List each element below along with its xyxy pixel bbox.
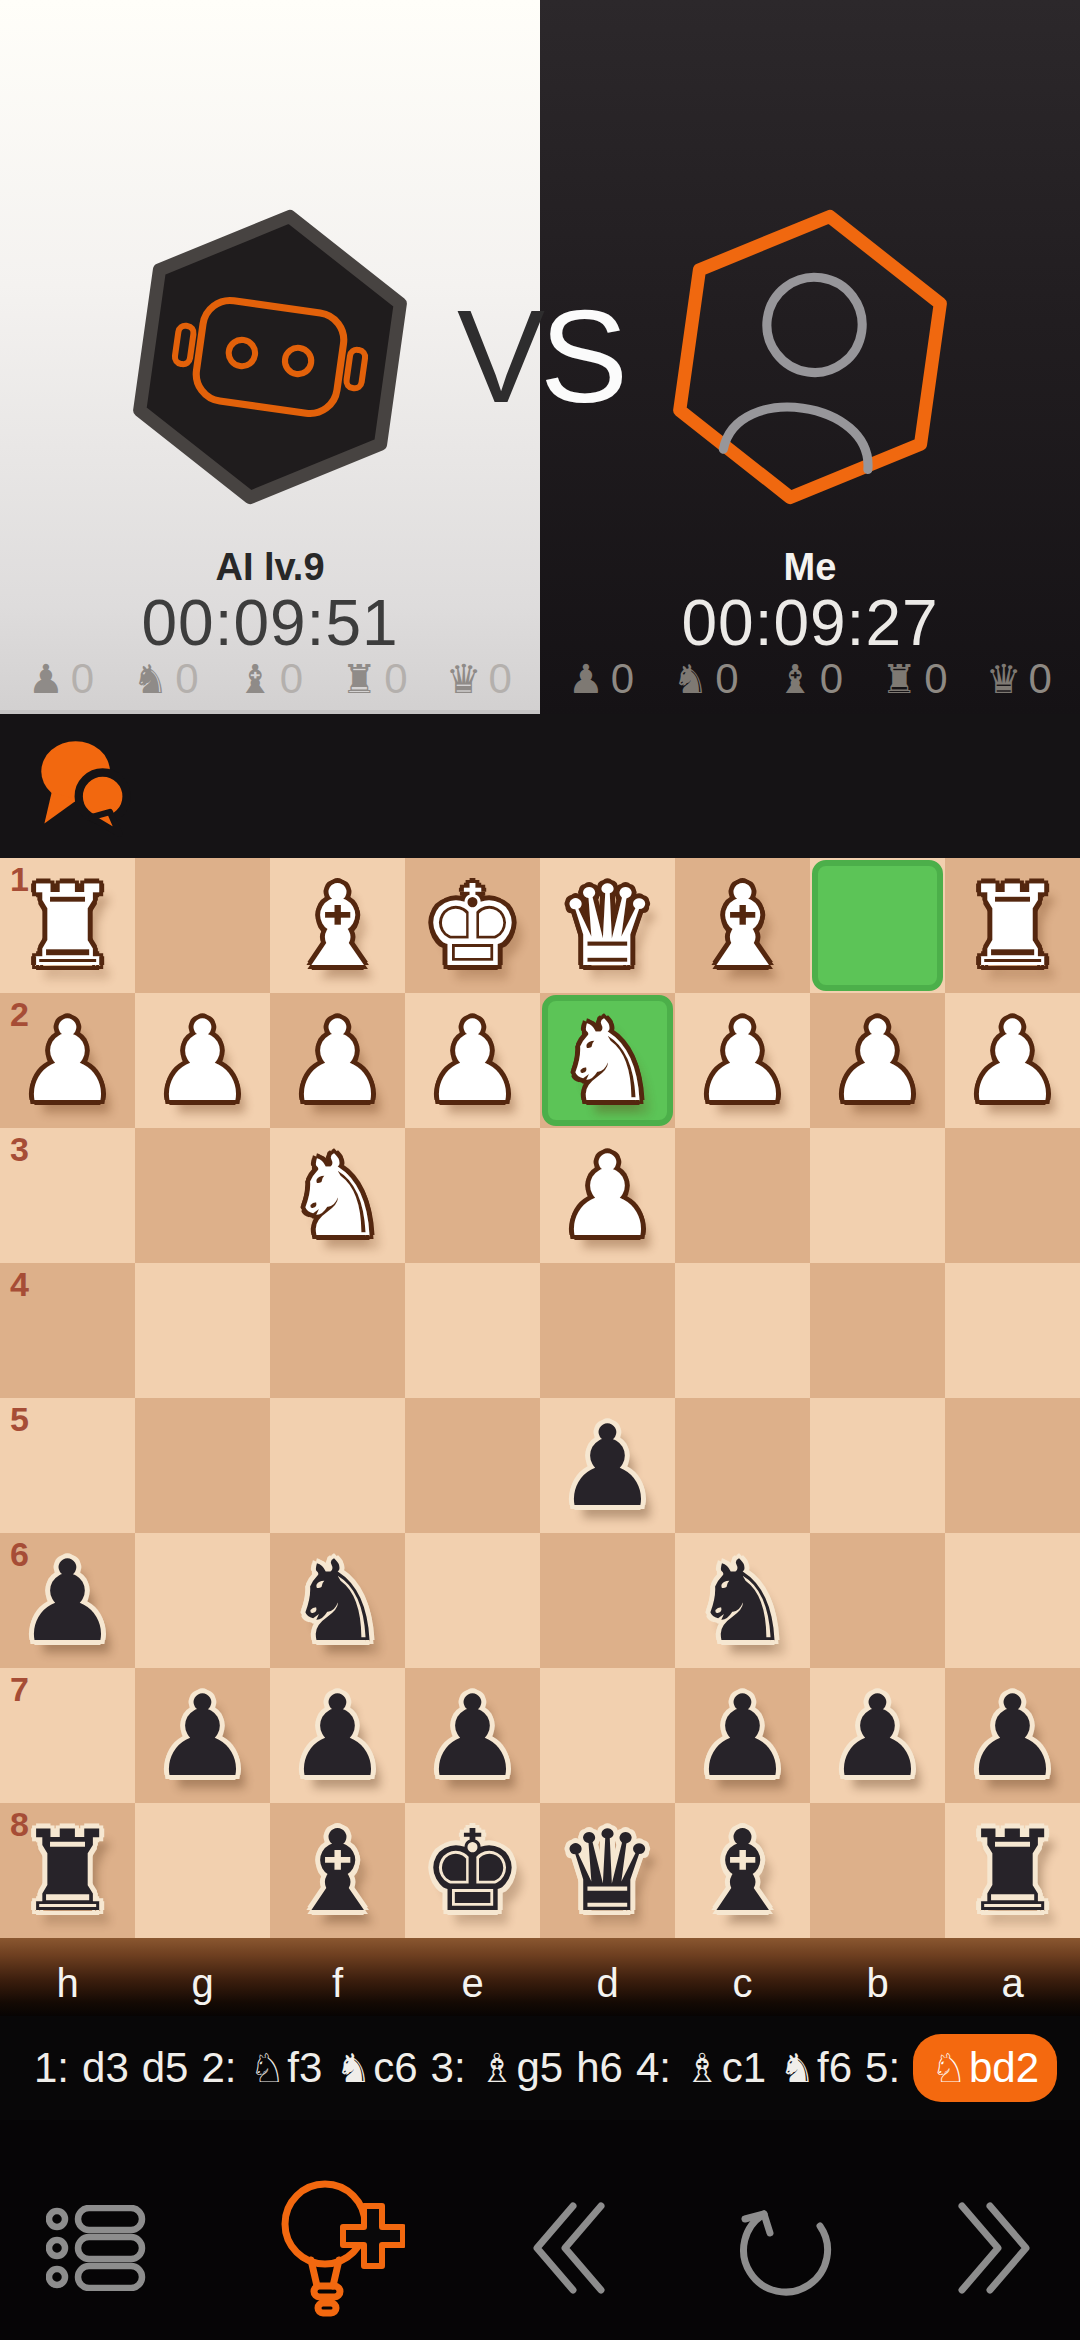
square-f4[interactable]	[270, 1263, 405, 1398]
square-a5[interactable]	[945, 1398, 1080, 1533]
captured-queen-counter: ♛0	[446, 658, 512, 700]
captured-knight-counter: ♞0	[672, 658, 738, 700]
captured-count: 0	[384, 658, 407, 700]
bottom-toolbar	[0, 2148, 1080, 2340]
square-b5[interactable]	[810, 1398, 945, 1533]
opponent-name: AI lv.9	[0, 546, 540, 589]
file-label-g: g	[135, 1958, 270, 2008]
bishop-icon: ♝	[777, 659, 813, 699]
square-a7[interactable]: ♟	[945, 1668, 1080, 1803]
square-c4[interactable]	[675, 1263, 810, 1398]
black-pawn[interactable]: ♟	[540, 1398, 675, 1533]
captured-count: 0	[924, 658, 947, 700]
captured-bishop-counter: ♝0	[237, 658, 303, 700]
piece-glyph: ♞	[779, 2048, 815, 2088]
square-e3[interactable]	[405, 1128, 540, 1263]
square-d2[interactable]: ♞	[540, 993, 675, 1128]
square-g7[interactable]: ♟	[135, 1668, 270, 1803]
rank-label: 1	[10, 860, 29, 899]
square-c8[interactable]: ♝	[675, 1803, 810, 1938]
black-queen[interactable]: ♛	[540, 1803, 675, 1938]
square-a3[interactable]	[945, 1128, 1080, 1263]
hint-button[interactable]	[275, 2172, 405, 2324]
square-f8[interactable]: ♝	[270, 1803, 405, 1938]
captured-pawn-counter: ♟0	[28, 658, 94, 700]
square-f2[interactable]: ♟	[270, 993, 405, 1128]
square-e1[interactable]: ♚	[405, 858, 540, 993]
rook-icon: ♜	[881, 659, 917, 699]
square-f6[interactable]: ♞	[270, 1533, 405, 1668]
piece-glyph: ♗	[684, 2048, 720, 2088]
white-pawn[interactable]: ♟	[540, 1128, 675, 1263]
black-king[interactable]: ♚	[405, 1803, 540, 1938]
move-token: d3	[82, 2044, 129, 2092]
black-pawn[interactable]: ♟	[405, 1668, 540, 1803]
rank-label: 6	[10, 1535, 29, 1574]
bishop-icon: ♝	[237, 659, 273, 699]
captured-count: 0	[715, 658, 738, 700]
black-pawn[interactable]: ♟	[945, 1668, 1080, 1803]
square-d3[interactable]: ♟	[540, 1128, 675, 1263]
square-b8[interactable]	[810, 1803, 945, 1938]
file-label-f: f	[270, 1958, 405, 2008]
square-b7[interactable]: ♟	[810, 1668, 945, 1803]
vs-label: V S	[420, 284, 660, 434]
square-h6[interactable]: 6♟	[0, 1533, 135, 1668]
piece-glyph: ♞	[335, 2048, 371, 2088]
square-b1[interactable]	[810, 858, 945, 993]
opponent-clock: 00:09:51	[0, 586, 540, 660]
square-c6[interactable]: ♞	[675, 1533, 810, 1668]
file-label-b: b	[810, 1958, 945, 2008]
black-rook[interactable]: ♜	[945, 1803, 1080, 1938]
black-pawn[interactable]: ♟	[675, 1668, 810, 1803]
move-token: ♞c6	[335, 2044, 417, 2092]
square-a8[interactable]: ♜	[945, 1803, 1080, 1938]
captured-left: ♟0♞0♝0♜0♛0	[0, 650, 540, 708]
white-knight[interactable]: ♞	[540, 993, 675, 1128]
square-c1[interactable]: ♝	[675, 858, 810, 993]
white-pawn[interactable]: ♟	[945, 993, 1080, 1128]
undo-icon	[730, 2194, 834, 2302]
black-pawn[interactable]: ♟	[810, 1668, 945, 1803]
square-g2[interactable]: ♟	[135, 993, 270, 1128]
rank-label: 3	[10, 1130, 29, 1169]
file-label-d: d	[540, 1958, 675, 2008]
move-token: d5	[142, 2044, 189, 2092]
white-queen[interactable]: ♛	[540, 858, 675, 993]
move-token: 4:	[636, 2044, 671, 2092]
black-knight[interactable]: ♞	[675, 1533, 810, 1668]
square-e6[interactable]	[405, 1533, 540, 1668]
square-e8[interactable]: ♚	[405, 1803, 540, 1938]
square-d8[interactable]: ♛	[540, 1803, 675, 1938]
white-bishop[interactable]: ♝	[270, 858, 405, 993]
captured-pawn-counter: ♟0	[568, 658, 634, 700]
move-token: 1:	[34, 2044, 69, 2092]
square-h7[interactable]: 7	[0, 1668, 135, 1803]
move-token: ♞f6	[779, 2044, 852, 2092]
square-h3[interactable]: 3	[0, 1128, 135, 1263]
captured-rook-counter: ♜0	[881, 658, 947, 700]
undo-button[interactable]	[730, 2194, 834, 2302]
player-name: Me	[540, 546, 1080, 589]
square-h1[interactable]: 1♜	[0, 858, 135, 993]
captured-right: ♟0♞0♝0♜0♛0	[540, 650, 1080, 708]
knight-icon: ♞	[132, 659, 168, 699]
pawn-icon: ♟	[568, 659, 604, 699]
move-token: 3:	[431, 2044, 466, 2092]
square-a2[interactable]: ♟	[945, 993, 1080, 1128]
square-d5[interactable]: ♟	[540, 1398, 675, 1533]
captured-count: 0	[280, 658, 303, 700]
move-list-button[interactable]	[46, 2205, 150, 2291]
rook-icon: ♜	[341, 659, 377, 699]
queen-icon: ♛	[446, 659, 482, 699]
square-h5[interactable]: 5	[0, 1398, 135, 1533]
move-token: ♗c1	[684, 2044, 766, 2092]
square-c2[interactable]: ♟	[675, 993, 810, 1128]
white-bishop[interactable]: ♝	[675, 858, 810, 993]
square-g4[interactable]	[135, 1263, 270, 1398]
rank-label: 4	[10, 1265, 29, 1304]
fast-backward-button[interactable]	[529, 2198, 605, 2298]
white-pawn[interactable]: ♟	[405, 993, 540, 1128]
chess-app-screen: V S AI lv.9 Me 00:09:51 00:09:27 ♟0♞0♝0♜…	[0, 0, 1080, 2340]
me-avatar-hexagon	[670, 205, 950, 509]
square-g1[interactable]	[135, 858, 270, 993]
square-d4[interactable]	[540, 1263, 675, 1398]
square-b4[interactable]	[810, 1263, 945, 1398]
piece-glyph: ♘	[250, 2048, 286, 2088]
move-token: ♘f3	[250, 2044, 323, 2092]
rank-label: 2	[10, 995, 29, 1034]
move-list: 1:d3d52:♘f3♞c63:♗g5h64:♗c1♞f65:♘bd2	[0, 2016, 1080, 2120]
white-rook[interactable]: ♜	[945, 858, 1080, 993]
fast-forward-icon	[958, 2198, 1034, 2298]
captured-queen-counter: ♛0	[986, 658, 1052, 700]
last-move-highlight	[812, 860, 943, 991]
file-label-h: h	[0, 1958, 135, 2008]
captured-count: 0	[175, 658, 198, 700]
captured-knight-counter: ♞0	[132, 658, 198, 700]
captured-bishop-counter: ♝0	[777, 658, 843, 700]
square-g6[interactable]	[135, 1533, 270, 1668]
square-e5[interactable]	[405, 1398, 540, 1533]
white-king[interactable]: ♚	[405, 858, 540, 993]
square-f3[interactable]: ♞	[270, 1128, 405, 1263]
piece-glyph: ♗	[479, 2048, 515, 2088]
square-b2[interactable]: ♟	[810, 993, 945, 1128]
square-f5[interactable]	[270, 1398, 405, 1533]
captured-count: 0	[611, 658, 634, 700]
square-a1[interactable]: ♜	[945, 858, 1080, 993]
file-label-c: c	[675, 1958, 810, 2008]
rank-label: 5	[10, 1400, 29, 1439]
queen-icon: ♛	[986, 659, 1022, 699]
pawn-icon: ♟	[28, 659, 64, 699]
file-labels: hgfedcba	[0, 1958, 1080, 2008]
vs-header: V S AI lv.9 Me 00:09:51 00:09:27 ♟0♞0♝0♜…	[0, 0, 1080, 714]
white-pawn[interactable]: ♟	[675, 993, 810, 1128]
square-a6[interactable]	[945, 1533, 1080, 1668]
rank-label: 7	[10, 1670, 29, 1709]
white-knight[interactable]: ♞	[270, 1128, 405, 1263]
square-h2[interactable]: 2♟	[0, 993, 135, 1128]
square-g5[interactable]	[135, 1398, 270, 1533]
fast-forward-button[interactable]	[958, 2198, 1034, 2298]
captured-rook-counter: ♜0	[341, 658, 407, 700]
chat-icon[interactable]	[34, 732, 138, 840]
knight-icon: ♞	[672, 659, 708, 699]
vs-letter-v: V	[457, 284, 540, 434]
rank-label: 8	[10, 1805, 29, 1844]
square-e4[interactable]	[405, 1263, 540, 1398]
player-clock: 00:09:27	[540, 586, 1080, 660]
move-token: h6	[576, 2044, 623, 2092]
file-label-e: e	[405, 1958, 540, 2008]
square-f7[interactable]: ♟	[270, 1668, 405, 1803]
white-pawn[interactable]: ♟	[135, 993, 270, 1128]
vs-letter-s: S	[540, 284, 623, 434]
piece-glyph: ♘	[931, 2048, 967, 2088]
last-move-token: ♘bd2	[913, 2034, 1057, 2102]
square-g8[interactable]	[135, 1803, 270, 1938]
square-d6[interactable]	[540, 1533, 675, 1668]
move-token: 5:	[865, 2044, 900, 2092]
square-f1[interactable]: ♝	[270, 858, 405, 993]
square-h8[interactable]: 8♜	[0, 1803, 135, 1938]
square-c7[interactable]: ♟	[675, 1668, 810, 1803]
move-list-icon	[46, 2205, 150, 2291]
black-bishop[interactable]: ♝	[270, 1803, 405, 1938]
person-icon	[723, 268, 893, 470]
black-pawn[interactable]: ♟	[135, 1668, 270, 1803]
captured-count: 0	[820, 658, 843, 700]
black-pawn[interactable]: ♟	[270, 1668, 405, 1803]
captured-count: 0	[1029, 658, 1052, 700]
white-pawn[interactable]: ♟	[270, 993, 405, 1128]
white-pawn[interactable]: ♟	[810, 993, 945, 1128]
captured-count: 0	[489, 658, 512, 700]
me-avatar	[658, 205, 962, 509]
square-g3[interactable]	[135, 1128, 270, 1263]
square-d7[interactable]	[540, 1668, 675, 1803]
captured-count: 0	[71, 658, 94, 700]
square-c5[interactable]	[675, 1398, 810, 1533]
file-label-a: a	[945, 1958, 1080, 2008]
square-a4[interactable]	[945, 1263, 1080, 1398]
square-e2[interactable]: ♟	[405, 993, 540, 1128]
square-b3[interactable]	[810, 1128, 945, 1263]
square-b6[interactable]	[810, 1533, 945, 1668]
hint-lightbulb-icon	[275, 2172, 405, 2324]
move-token: ♗g5	[479, 2044, 564, 2092]
square-e7[interactable]: ♟	[405, 1668, 540, 1803]
move-token: 2:	[201, 2044, 236, 2092]
square-c3[interactable]	[675, 1128, 810, 1263]
black-knight[interactable]: ♞	[270, 1533, 405, 1668]
square-d1[interactable]: ♛	[540, 858, 675, 993]
chat-bar	[0, 714, 1080, 858]
ai-avatar	[118, 205, 422, 509]
square-h4[interactable]: 4	[0, 1263, 135, 1398]
chess-board: 1♜♝♚♛♝♜2♟♟♟♟♞♟♟♟3♞♟45♟6♟♞♞7♟♟♟♟♟♟8♜♝♚♛♝♜	[0, 858, 1080, 1938]
fast-backward-icon	[529, 2198, 605, 2298]
black-bishop[interactable]: ♝	[675, 1803, 810, 1938]
